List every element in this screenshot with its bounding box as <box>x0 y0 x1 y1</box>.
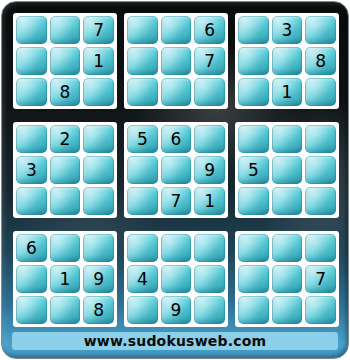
cell-r2c8[interactable] <box>272 47 303 75</box>
cell-r7c7[interactable] <box>238 234 269 262</box>
cell-r4c3[interactable] <box>83 125 114 153</box>
cell-r6c8[interactable] <box>272 187 303 215</box>
cell-r5c3[interactable] <box>83 156 114 184</box>
box-2-2: 56971 <box>124 122 228 218</box>
cell-r9c2[interactable] <box>50 296 81 324</box>
box-2-3: 5 <box>235 122 339 218</box>
cell-r8c3[interactable]: 9 <box>83 265 114 293</box>
cell-r1c1[interactable] <box>16 16 47 44</box>
cell-r7c9[interactable] <box>305 234 336 262</box>
cell-r6c6[interactable]: 1 <box>194 187 225 215</box>
cell-r4c4[interactable]: 5 <box>127 125 158 153</box>
cell-r9c4[interactable] <box>127 296 158 324</box>
cell-r5c1[interactable]: 3 <box>16 156 47 184</box>
cell-r8c6[interactable] <box>194 265 225 293</box>
cell-r5c7[interactable]: 5 <box>238 156 269 184</box>
site-link[interactable]: www.sudokusweb.com <box>84 333 267 349</box>
cell-r8c2[interactable]: 1 <box>50 265 81 293</box>
cell-r7c2[interactable] <box>50 234 81 262</box>
cell-r1c8[interactable]: 3 <box>272 16 303 44</box>
cell-r2c1[interactable] <box>16 47 47 75</box>
cell-r4c6[interactable] <box>194 125 225 153</box>
cell-r6c4[interactable] <box>127 187 158 215</box>
box-3-2: 49 <box>124 231 228 327</box>
box-3-3: 7 <box>235 231 339 327</box>
cell-r7c8[interactable] <box>272 234 303 262</box>
cell-r4c1[interactable] <box>16 125 47 153</box>
cell-r5c2[interactable] <box>50 156 81 184</box>
cell-r3c9[interactable] <box>305 78 336 106</box>
cell-r6c7[interactable] <box>238 187 269 215</box>
cell-r3c5[interactable] <box>161 78 192 106</box>
cell-r5c4[interactable] <box>127 156 158 184</box>
cell-r5c6[interactable]: 9 <box>194 156 225 184</box>
cell-r5c5[interactable] <box>161 156 192 184</box>
cell-r2c2[interactable] <box>50 47 81 75</box>
cell-r3c4[interactable] <box>127 78 158 106</box>
cell-r2c5[interactable] <box>161 47 192 75</box>
cell-r4c8[interactable] <box>272 125 303 153</box>
cell-r2c4[interactable] <box>127 47 158 75</box>
cell-r5c8[interactable] <box>272 156 303 184</box>
cell-r6c3[interactable] <box>83 187 114 215</box>
cell-r7c6[interactable] <box>194 234 225 262</box>
cell-r1c6[interactable]: 6 <box>194 16 225 44</box>
cell-r9c1[interactable] <box>16 296 47 324</box>
cell-r1c3[interactable]: 7 <box>83 16 114 44</box>
cell-r3c8[interactable]: 1 <box>272 78 303 106</box>
cell-r8c1[interactable] <box>16 265 47 293</box>
cell-r3c3[interactable] <box>83 78 114 106</box>
cell-r1c4[interactable] <box>127 16 158 44</box>
box-1-1: 718 <box>13 13 117 109</box>
cell-r2c9[interactable]: 8 <box>305 47 336 75</box>
cell-r1c7[interactable] <box>238 16 269 44</box>
sudoku-board: 71867381235697156198497 <box>13 13 339 327</box>
cell-r9c9[interactable] <box>305 296 336 324</box>
cell-r7c3[interactable] <box>83 234 114 262</box>
cell-r1c5[interactable] <box>161 16 192 44</box>
cell-r4c2[interactable]: 2 <box>50 125 81 153</box>
cell-r7c4[interactable] <box>127 234 158 262</box>
cell-r6c2[interactable] <box>50 187 81 215</box>
box-3-1: 6198 <box>13 231 117 327</box>
cell-r9c3[interactable]: 8 <box>83 296 114 324</box>
cell-r9c7[interactable] <box>238 296 269 324</box>
cell-r3c2[interactable]: 8 <box>50 78 81 106</box>
cell-r5c9[interactable] <box>305 156 336 184</box>
board-frame: 71867381235697156198497 www.sudokusweb.c… <box>1 1 349 359</box>
cell-r3c6[interactable] <box>194 78 225 106</box>
box-1-3: 381 <box>235 13 339 109</box>
cell-r2c7[interactable] <box>238 47 269 75</box>
cell-r1c2[interactable] <box>50 16 81 44</box>
cell-r3c1[interactable] <box>16 78 47 106</box>
cell-r6c1[interactable] <box>16 187 47 215</box>
cell-r8c7[interactable] <box>238 265 269 293</box>
cell-r6c5[interactable]: 7 <box>161 187 192 215</box>
cell-r9c5[interactable]: 9 <box>161 296 192 324</box>
box-2-1: 23 <box>13 122 117 218</box>
cell-r8c5[interactable] <box>161 265 192 293</box>
cell-r8c9[interactable]: 7 <box>305 265 336 293</box>
cell-r8c4[interactable]: 4 <box>127 265 158 293</box>
cell-r9c6[interactable] <box>194 296 225 324</box>
cell-r4c9[interactable] <box>305 125 336 153</box>
cell-r1c9[interactable] <box>305 16 336 44</box>
cell-r4c7[interactable] <box>238 125 269 153</box>
cell-r7c5[interactable] <box>161 234 192 262</box>
box-1-2: 67 <box>124 13 228 109</box>
footer-band: www.sudokusweb.com <box>12 332 338 350</box>
cell-r2c6[interactable]: 7 <box>194 47 225 75</box>
cell-r9c8[interactable] <box>272 296 303 324</box>
cell-r2c3[interactable]: 1 <box>83 47 114 75</box>
cell-r6c9[interactable] <box>305 187 336 215</box>
cell-r8c8[interactable] <box>272 265 303 293</box>
cell-r7c1[interactable]: 6 <box>16 234 47 262</box>
cell-r3c7[interactable] <box>238 78 269 106</box>
cell-r4c5[interactable]: 6 <box>161 125 192 153</box>
